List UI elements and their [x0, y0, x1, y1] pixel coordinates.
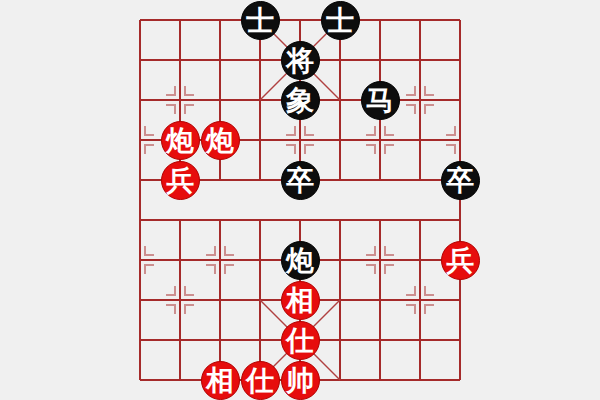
piece-red-elephant-2[interactable]: 相 [201, 361, 240, 400]
piece-red-advisor-2[interactable]: 仕 [241, 361, 280, 400]
piece-red-soldier-1[interactable]: 兵 [161, 161, 200, 200]
piece-red-soldier-2[interactable]: 兵 [441, 241, 480, 280]
piece-black-elephant[interactable]: 象 [281, 81, 320, 120]
piece-black-soldier-2[interactable]: 卒 [441, 161, 480, 200]
piece-black-cannon-1[interactable]: 炮 [281, 241, 320, 280]
xiangqi-board: 士士将象马炮炮兵卒卒炮兵相仕相仕帅 [0, 0, 600, 400]
piece-red-cannon-1[interactable]: 炮 [161, 121, 200, 160]
piece-black-horse[interactable]: 马 [361, 81, 400, 120]
piece-black-advisor-2[interactable]: 士 [321, 1, 360, 40]
piece-red-cannon-2[interactable]: 炮 [201, 121, 240, 160]
piece-red-advisor-1[interactable]: 仕 [281, 321, 320, 360]
piece-red-elephant-1[interactable]: 相 [281, 281, 320, 320]
piece-black-general[interactable]: 将 [281, 41, 320, 80]
piece-black-soldier-1[interactable]: 卒 [281, 161, 320, 200]
piece-black-advisor-1[interactable]: 士 [241, 1, 280, 40]
piece-red-general[interactable]: 帅 [281, 361, 320, 400]
pieces-layer: 士士将象马炮炮兵卒卒炮兵相仕相仕帅 [0, 0, 600, 400]
